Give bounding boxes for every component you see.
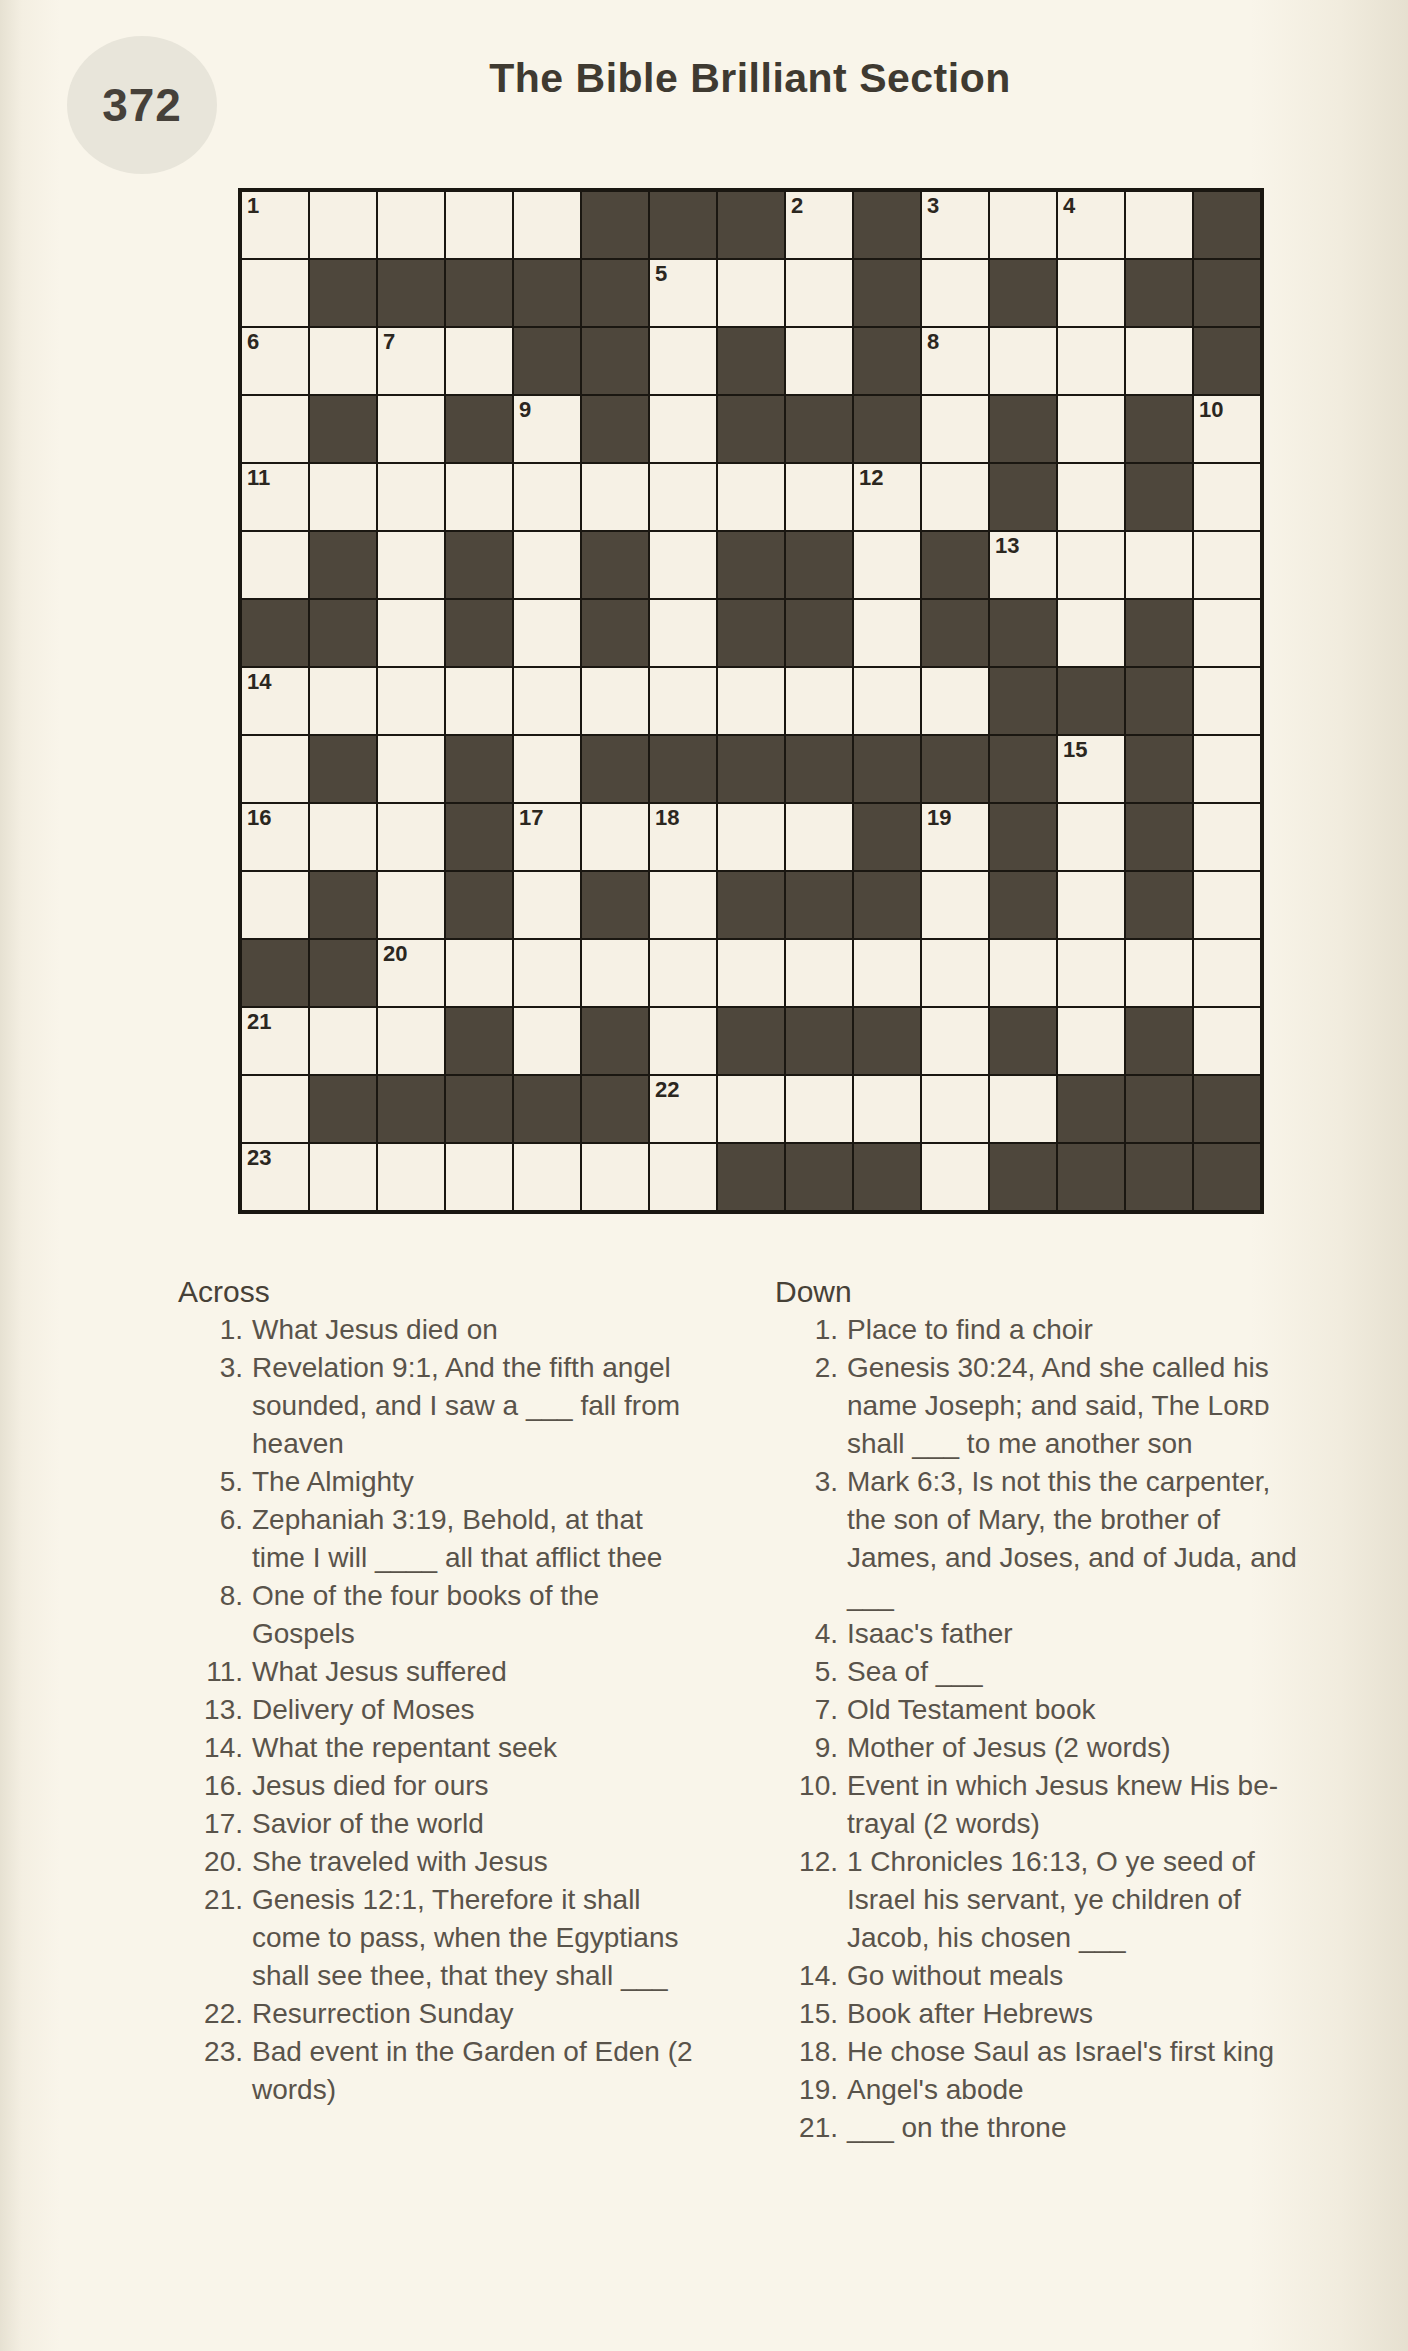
white-cell[interactable] [786, 1076, 852, 1142]
white-cell[interactable] [514, 668, 580, 734]
white-cell[interactable]: 19 [922, 804, 988, 870]
clue: 8.One of the four books of the Gospels [178, 1577, 798, 1653]
white-cell[interactable] [514, 1008, 580, 1074]
black-cell [446, 396, 512, 462]
clue-text: ___ on the throne [847, 2109, 1405, 2147]
black-cell [718, 532, 784, 598]
white-cell[interactable] [718, 464, 784, 530]
clue-text: Go without meals [847, 1957, 1405, 1995]
clue: 12.1 Chronicles 16:13, O ye seed of Isra… [775, 1843, 1405, 1957]
white-cell[interactable] [1058, 396, 1124, 462]
black-cell [1194, 328, 1260, 394]
white-cell[interactable] [310, 804, 376, 870]
white-cell[interactable] [446, 668, 512, 734]
clue: 4.Isaac's father [775, 1615, 1405, 1653]
black-cell [1058, 1144, 1124, 1210]
white-cell[interactable] [582, 804, 648, 870]
clue: 7.Old Testament book [775, 1691, 1405, 1729]
clue-number: 19 [927, 805, 951, 831]
black-cell [1194, 1076, 1260, 1142]
white-cell[interactable] [582, 464, 648, 530]
white-cell[interactable] [990, 940, 1056, 1006]
white-cell[interactable] [514, 532, 580, 598]
white-cell[interactable]: 5 [650, 260, 716, 326]
clue: 1.Place to find a choir [775, 1311, 1405, 1349]
clue-number: 15 [1063, 737, 1087, 763]
clue-text: Sea of ___ [847, 1653, 1405, 1691]
clue-number: 4 [1063, 193, 1075, 219]
white-cell[interactable]: 20 [378, 940, 444, 1006]
clue-text: One of the four books of the Gospels [252, 1577, 798, 1653]
white-cell[interactable] [1194, 872, 1260, 938]
white-cell[interactable] [514, 464, 580, 530]
black-cell [718, 872, 784, 938]
black-cell [242, 940, 308, 1006]
white-cell[interactable] [582, 1144, 648, 1210]
clue-num-label: 6. [178, 1501, 243, 1577]
clue-text: Old Testament book [847, 1691, 1405, 1729]
white-cell[interactable]: 3 [922, 192, 988, 258]
clue-text: Place to find a choir [847, 1311, 1405, 1349]
clue: 18.He chose Saul as Israel's first king [775, 2033, 1405, 2071]
white-cell[interactable] [1058, 328, 1124, 394]
white-cell[interactable] [922, 1076, 988, 1142]
white-cell[interactable] [922, 464, 988, 530]
black-cell [514, 260, 580, 326]
black-cell [446, 532, 512, 598]
white-cell[interactable] [1126, 192, 1192, 258]
white-cell[interactable] [582, 668, 648, 734]
white-cell[interactable] [310, 328, 376, 394]
clue-number: 10 [1199, 397, 1223, 423]
black-cell [1126, 736, 1192, 802]
clue-number: 14 [247, 669, 271, 695]
black-cell [854, 736, 920, 802]
white-cell[interactable] [854, 940, 920, 1006]
clue-num-label: 8. [178, 1577, 243, 1653]
clue: 5.Sea of ___ [775, 1653, 1405, 1691]
black-cell [1126, 464, 1192, 530]
white-cell[interactable] [1194, 464, 1260, 530]
white-cell[interactable] [854, 668, 920, 734]
white-cell[interactable] [718, 668, 784, 734]
white-cell[interactable]: 23 [242, 1144, 308, 1210]
white-cell[interactable] [1058, 940, 1124, 1006]
black-cell [1126, 668, 1192, 734]
white-cell[interactable] [378, 668, 444, 734]
clue-number: 1 [247, 193, 259, 219]
clue-number: 6 [247, 329, 259, 355]
white-cell[interactable] [854, 1076, 920, 1142]
black-cell [854, 1008, 920, 1074]
black-cell [1126, 260, 1192, 326]
white-cell[interactable] [1058, 872, 1124, 938]
clue: 19.Angel's abode [775, 2071, 1405, 2109]
clue-text: What Jesus died on [252, 1311, 798, 1349]
down-clues: Down 1.Place to find a choir2.Genesis 30… [775, 1273, 1405, 2147]
white-cell[interactable]: 14 [242, 668, 308, 734]
white-cell[interactable] [310, 1144, 376, 1210]
white-cell[interactable] [242, 532, 308, 598]
black-cell [786, 1144, 852, 1210]
clue-num-label: 22. [178, 1995, 243, 2033]
white-cell[interactable] [1058, 532, 1124, 598]
white-cell[interactable]: 21 [242, 1008, 308, 1074]
white-cell[interactable]: 7 [378, 328, 444, 394]
white-cell[interactable] [1058, 1008, 1124, 1074]
white-cell[interactable] [718, 1076, 784, 1142]
clue: 2.Genesis 30:24, And she called his name… [775, 1349, 1405, 1463]
black-cell [1126, 872, 1192, 938]
clue-number: 16 [247, 805, 271, 831]
white-cell[interactable] [786, 804, 852, 870]
black-cell [650, 192, 716, 258]
clue-num-label: 4. [775, 1615, 838, 1653]
black-cell [514, 328, 580, 394]
white-cell[interactable] [242, 872, 308, 938]
white-cell[interactable]: 22 [650, 1076, 716, 1142]
book-page: { "page": { "number": "372", "title": "T… [0, 0, 1408, 2351]
white-cell[interactable] [650, 940, 716, 1006]
white-cell[interactable] [786, 940, 852, 1006]
white-cell[interactable] [650, 328, 716, 394]
black-cell [854, 396, 920, 462]
across-header: Across [178, 1273, 798, 1311]
clue-text: What Jesus suffered [252, 1653, 798, 1691]
white-cell[interactable] [514, 872, 580, 938]
clue-number: 5 [655, 261, 667, 287]
white-cell[interactable] [1194, 668, 1260, 734]
black-cell [582, 1008, 648, 1074]
black-cell [446, 872, 512, 938]
clue-num-label: 21. [775, 2109, 838, 2147]
clue-num-label: 10. [775, 1767, 838, 1843]
black-cell [718, 1008, 784, 1074]
black-cell [854, 804, 920, 870]
white-cell[interactable] [446, 328, 512, 394]
clue: 13.Delivery of Moses [178, 1691, 798, 1729]
clue-num-label: 5. [178, 1463, 243, 1501]
black-cell [310, 940, 376, 1006]
clue-text: What the repentant seek [252, 1729, 798, 1767]
white-cell[interactable] [446, 940, 512, 1006]
black-cell [990, 736, 1056, 802]
white-cell[interactable] [1194, 532, 1260, 598]
black-cell [990, 804, 1056, 870]
clue: 16.Jesus died for ours [178, 1767, 798, 1805]
clue: 6.Zephaniah 3:19, Behold, at that time I… [178, 1501, 798, 1577]
white-cell[interactable] [446, 192, 512, 258]
clue-text: Genesis 30:24, And she called his name J… [847, 1349, 1405, 1463]
black-cell [718, 736, 784, 802]
clue-num-label: 1. [178, 1311, 243, 1349]
white-cell[interactable] [990, 1076, 1056, 1142]
black-cell [990, 872, 1056, 938]
white-cell[interactable] [1058, 804, 1124, 870]
white-cell[interactable] [1126, 532, 1192, 598]
clue: 10.Event in which Jesus knew His be- tra… [775, 1767, 1405, 1843]
clue-number: 22 [655, 1077, 679, 1103]
white-cell[interactable]: 17 [514, 804, 580, 870]
across-clue-list: 1.What Jesus died on3.Revelation 9:1, An… [178, 1311, 798, 2109]
clue-num-label: 19. [775, 2071, 838, 2109]
white-cell[interactable] [378, 872, 444, 938]
clue-number: 8 [927, 329, 939, 355]
black-cell [786, 396, 852, 462]
white-cell[interactable] [514, 600, 580, 666]
white-cell[interactable] [378, 1008, 444, 1074]
clue-text: She traveled with Jesus [252, 1843, 798, 1881]
white-cell[interactable]: 16 [242, 804, 308, 870]
white-cell[interactable]: 2 [786, 192, 852, 258]
white-cell[interactable] [1194, 600, 1260, 666]
clue-num-label: 13. [178, 1691, 243, 1729]
white-cell[interactable] [1058, 260, 1124, 326]
clue: 14.Go without meals [775, 1957, 1405, 1995]
clue-text: Genesis 12:1, Therefore it shall come to… [252, 1881, 798, 1995]
white-cell[interactable] [718, 260, 784, 326]
white-cell[interactable] [242, 1076, 308, 1142]
clue-text: Event in which Jesus knew His be- trayal… [847, 1767, 1405, 1843]
black-cell [854, 1144, 920, 1210]
white-cell[interactable] [650, 396, 716, 462]
black-cell [1058, 1076, 1124, 1142]
black-cell [786, 736, 852, 802]
black-cell [310, 1076, 376, 1142]
clue-text: Savior of the world [252, 1805, 798, 1843]
black-cell [990, 1144, 1056, 1210]
white-cell[interactable]: 15 [1058, 736, 1124, 802]
black-cell [582, 396, 648, 462]
white-cell[interactable] [650, 464, 716, 530]
white-cell[interactable]: 12 [854, 464, 920, 530]
white-cell[interactable]: 9 [514, 396, 580, 462]
white-cell[interactable] [378, 532, 444, 598]
black-cell [1126, 1076, 1192, 1142]
black-cell [582, 736, 648, 802]
white-cell[interactable] [922, 872, 988, 938]
down-header: Down [775, 1273, 1405, 1311]
clue-text: Mark 6:3, Is not this the carpenter, the… [847, 1463, 1405, 1615]
black-cell [1126, 1008, 1192, 1074]
black-cell [854, 260, 920, 326]
white-cell[interactable] [718, 804, 784, 870]
white-cell[interactable]: 6 [242, 328, 308, 394]
white-cell[interactable]: 18 [650, 804, 716, 870]
black-cell [582, 532, 648, 598]
white-cell[interactable] [718, 940, 784, 1006]
white-cell[interactable] [1194, 804, 1260, 870]
black-cell [1194, 192, 1260, 258]
clue-text: Mother of Jesus (2 words) [847, 1729, 1405, 1767]
white-cell[interactable] [854, 532, 920, 598]
white-cell[interactable] [650, 1008, 716, 1074]
black-cell [1194, 260, 1260, 326]
white-cell[interactable] [922, 668, 988, 734]
white-cell[interactable] [378, 600, 444, 666]
white-cell[interactable] [922, 260, 988, 326]
clue-text: Jesus died for ours [252, 1767, 798, 1805]
black-cell [922, 736, 988, 802]
clue: 23.Bad event in the Garden of Eden (2 wo… [178, 2033, 798, 2109]
white-cell[interactable] [582, 940, 648, 1006]
clue-num-label: 2. [775, 1349, 838, 1463]
white-cell[interactable] [310, 464, 376, 530]
white-cell[interactable] [378, 1144, 444, 1210]
white-cell[interactable] [650, 668, 716, 734]
white-cell[interactable] [378, 804, 444, 870]
white-cell[interactable] [242, 736, 308, 802]
clue-num-label: 12. [775, 1843, 838, 1957]
white-cell[interactable] [310, 192, 376, 258]
white-cell[interactable] [922, 940, 988, 1006]
black-cell [990, 396, 1056, 462]
clue: 1.What Jesus died on [178, 1311, 798, 1349]
white-cell[interactable] [922, 396, 988, 462]
white-cell[interactable] [650, 872, 716, 938]
clue-number: 18 [655, 805, 679, 831]
white-cell[interactable] [378, 396, 444, 462]
black-cell [718, 600, 784, 666]
black-cell [990, 600, 1056, 666]
white-cell[interactable] [446, 464, 512, 530]
white-cell[interactable] [922, 1144, 988, 1210]
white-cell[interactable] [1126, 940, 1192, 1006]
black-cell [718, 328, 784, 394]
black-cell [990, 464, 1056, 530]
white-cell[interactable] [1194, 736, 1260, 802]
white-cell[interactable] [242, 260, 308, 326]
white-cell[interactable] [1058, 464, 1124, 530]
white-cell[interactable] [1194, 1008, 1260, 1074]
clue-number: 7 [383, 329, 395, 355]
clue-text: Book after Hebrews [847, 1995, 1405, 2033]
white-cell[interactable] [786, 464, 852, 530]
white-cell[interactable] [922, 1008, 988, 1074]
clue-number: 12 [859, 465, 883, 491]
black-cell [1126, 1144, 1192, 1210]
white-cell[interactable] [514, 940, 580, 1006]
black-cell [242, 600, 308, 666]
clue-text: Bad event in the Garden of Eden (2 words… [252, 2033, 798, 2109]
white-cell[interactable] [446, 1144, 512, 1210]
black-cell [786, 872, 852, 938]
black-cell [718, 192, 784, 258]
clue: 9.Mother of Jesus (2 words) [775, 1729, 1405, 1767]
clue-number: 11 [247, 465, 270, 491]
white-cell[interactable] [990, 328, 1056, 394]
black-cell [1126, 804, 1192, 870]
white-cell[interactable]: 8 [922, 328, 988, 394]
white-cell[interactable]: 13 [990, 532, 1056, 598]
clue-num-label: 14. [178, 1729, 243, 1767]
clue-num-label: 16. [178, 1767, 243, 1805]
clue: 21.___ on the throne [775, 2109, 1405, 2147]
clue-num-label: 11. [178, 1653, 243, 1691]
white-cell[interactable] [514, 192, 580, 258]
white-cell[interactable] [650, 1144, 716, 1210]
white-cell[interactable] [786, 328, 852, 394]
clue-number: 17 [519, 805, 543, 831]
black-cell [922, 532, 988, 598]
clue-number: 21 [247, 1009, 271, 1035]
clue-num-label: 3. [775, 1463, 838, 1615]
clue-number: 2 [791, 193, 803, 219]
black-cell [310, 532, 376, 598]
white-cell[interactable] [786, 668, 852, 734]
white-cell[interactable]: 4 [1058, 192, 1124, 258]
white-cell[interactable]: 11 [242, 464, 308, 530]
black-cell [990, 1008, 1056, 1074]
black-cell [310, 396, 376, 462]
black-cell [582, 600, 648, 666]
white-cell[interactable] [854, 600, 920, 666]
black-cell [582, 872, 648, 938]
white-cell[interactable] [1126, 328, 1192, 394]
white-cell[interactable] [378, 464, 444, 530]
clue-num-label: 20. [178, 1843, 243, 1881]
black-cell [718, 1144, 784, 1210]
clue-text: Resurrection Sunday [252, 1995, 798, 2033]
black-cell [1126, 396, 1192, 462]
white-cell[interactable]: 1 [242, 192, 308, 258]
black-cell [922, 600, 988, 666]
white-cell[interactable] [1194, 940, 1260, 1006]
black-cell [1058, 668, 1124, 734]
black-cell [446, 260, 512, 326]
black-cell [1126, 600, 1192, 666]
black-cell [582, 192, 648, 258]
black-cell [786, 600, 852, 666]
white-cell[interactable] [786, 260, 852, 326]
clue-number: 9 [519, 397, 531, 423]
black-cell [854, 872, 920, 938]
white-cell[interactable] [514, 736, 580, 802]
clue: 3.Revelation 9:1, And the fifth angel so… [178, 1349, 798, 1463]
crossword-grid[interactable]: 1234567891011121314151617181920212223 [238, 188, 1264, 1214]
black-cell [1194, 1144, 1260, 1210]
white-cell[interactable] [650, 600, 716, 666]
down-clue-list: 1.Place to find a choir2.Genesis 30:24, … [775, 1311, 1405, 2147]
clue-num-label: 17. [178, 1805, 243, 1843]
black-cell [990, 668, 1056, 734]
white-cell[interactable] [242, 396, 308, 462]
white-cell[interactable] [514, 1144, 580, 1210]
white-cell[interactable] [650, 532, 716, 598]
white-cell[interactable] [310, 1008, 376, 1074]
clue-num-label: 9. [775, 1729, 838, 1767]
clue-text: Angel's abode [847, 2071, 1405, 2109]
white-cell[interactable] [990, 192, 1056, 258]
white-cell[interactable] [310, 668, 376, 734]
clue-text: He chose Saul as Israel's first king [847, 2033, 1405, 2071]
clue-number: 20 [383, 941, 407, 967]
clue-text: 1 Chronicles 16:13, O ye seed of Israel … [847, 1843, 1405, 1957]
clue: 5.The Almighty [178, 1463, 798, 1501]
white-cell[interactable] [1058, 600, 1124, 666]
clue-number: 23 [247, 1145, 271, 1171]
white-cell[interactable] [378, 736, 444, 802]
black-cell [446, 736, 512, 802]
clue-num-label: 15. [775, 1995, 838, 2033]
white-cell[interactable]: 10 [1194, 396, 1260, 462]
black-cell [310, 872, 376, 938]
black-cell [582, 328, 648, 394]
white-cell[interactable] [378, 192, 444, 258]
clue: 15.Book after Hebrews [775, 1995, 1405, 2033]
across-clues: Across 1.What Jesus died on3.Revelation … [178, 1273, 798, 2109]
clue-text: Delivery of Moses [252, 1691, 798, 1729]
